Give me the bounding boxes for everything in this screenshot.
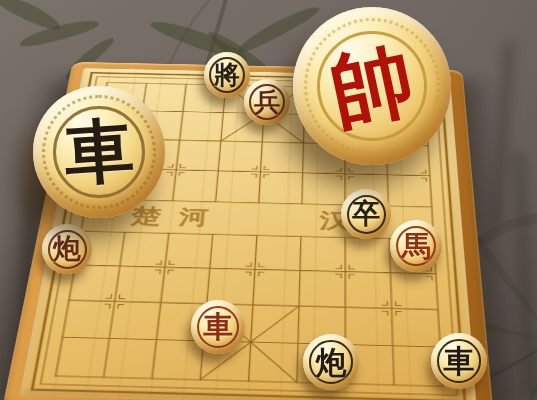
- piece-black-general[interactable]: 將: [204, 52, 250, 98]
- piece-red-chariot-center[interactable]: 車: [191, 300, 245, 354]
- pieces-layer: 將兵炮卒馬車炮車車帥: [0, 0, 537, 400]
- decorative-piece-black-chariot[interactable]: 車: [33, 86, 165, 218]
- piece-black-soldier[interactable]: 卒: [341, 189, 391, 239]
- piece-red-cannon-left[interactable]: 炮: [42, 224, 92, 274]
- piece-black-chariot-bottom-right[interactable]: 車: [431, 333, 487, 389]
- decorative-piece-red-general[interactable]: 帥: [293, 7, 451, 165]
- xiangqi-splash-scene: { "game": "xiangqi", "scene": "Chinese c…: [0, 0, 537, 400]
- piece-red-soldier[interactable]: 兵: [244, 79, 290, 125]
- piece-red-horse[interactable]: 馬: [390, 220, 442, 272]
- piece-black-cannon-bottom[interactable]: 炮: [303, 334, 359, 390]
